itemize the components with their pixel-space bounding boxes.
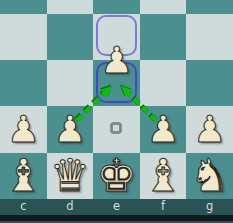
square-c4[interactable] [0,14,47,60]
piece-white-bishop-f1[interactable]: ♝ [140,153,187,199]
chess-board[interactable]: ♝♛♚♝♞♟♟♟♟♟ [0,0,233,199]
file-label-g: g [186,199,233,215]
square-g5[interactable] [186,0,233,14]
file-labels-strip: cdefg [0,199,233,215]
square-d4[interactable] [47,14,94,60]
piece-white-pawn-c2[interactable]: ♟ [0,106,47,152]
file-label-f: f [140,199,187,215]
square-g4[interactable] [186,14,233,60]
piece-white-queen-d1[interactable]: ♛ [47,153,94,199]
moving-piece-white-pawn[interactable]: ♟ [93,37,140,83]
piece-white-knight-g1[interactable]: ♞ [186,153,233,199]
piece-white-pawn-d2[interactable]: ♟ [47,106,94,152]
square-f3[interactable] [140,60,187,106]
origin-marker-e2 [110,122,122,134]
square-c5[interactable] [0,0,47,14]
piece-white-king-e1[interactable]: ♚ [93,153,140,199]
square-f5[interactable] [140,0,187,14]
piece-white-bishop-c1[interactable]: ♝ [0,153,47,199]
file-label-e: e [93,199,140,215]
square-f4[interactable] [140,14,187,60]
file-label-d: d [47,199,94,215]
bottom-panel-edge [0,221,233,223]
piece-white-pawn-g2[interactable]: ♟ [186,106,233,152]
file-label-c: c [0,199,47,215]
square-d5[interactable] [47,0,94,14]
square-g3[interactable] [186,60,233,106]
piece-white-pawn-f2[interactable]: ♟ [140,106,187,152]
square-e5[interactable] [93,0,140,14]
square-d3[interactable] [47,60,94,106]
chess-app-window: ♝♛♚♝♞♟♟♟♟♟ cdefg [0,0,233,223]
square-c3[interactable] [0,60,47,106]
